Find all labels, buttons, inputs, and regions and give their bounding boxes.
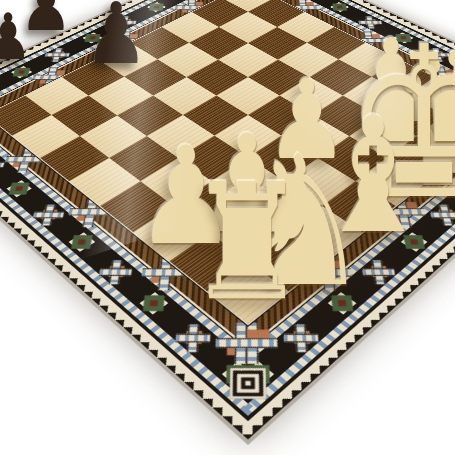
white-rook-h1[interactable]: ♜ — [187, 163, 307, 323]
pieces-layer: ♟♟♟♟♛♚♟♝♟♞♟♜ — [0, 0, 455, 455]
black-pawn-g7[interactable]: ♟ — [84, 0, 148, 76]
chessboard-photo: ♟♟♟♟♛♚♟♝♟♞♟♜ — [0, 0, 455, 455]
black-pawn-h8[interactable]: ♟ — [20, 0, 73, 41]
